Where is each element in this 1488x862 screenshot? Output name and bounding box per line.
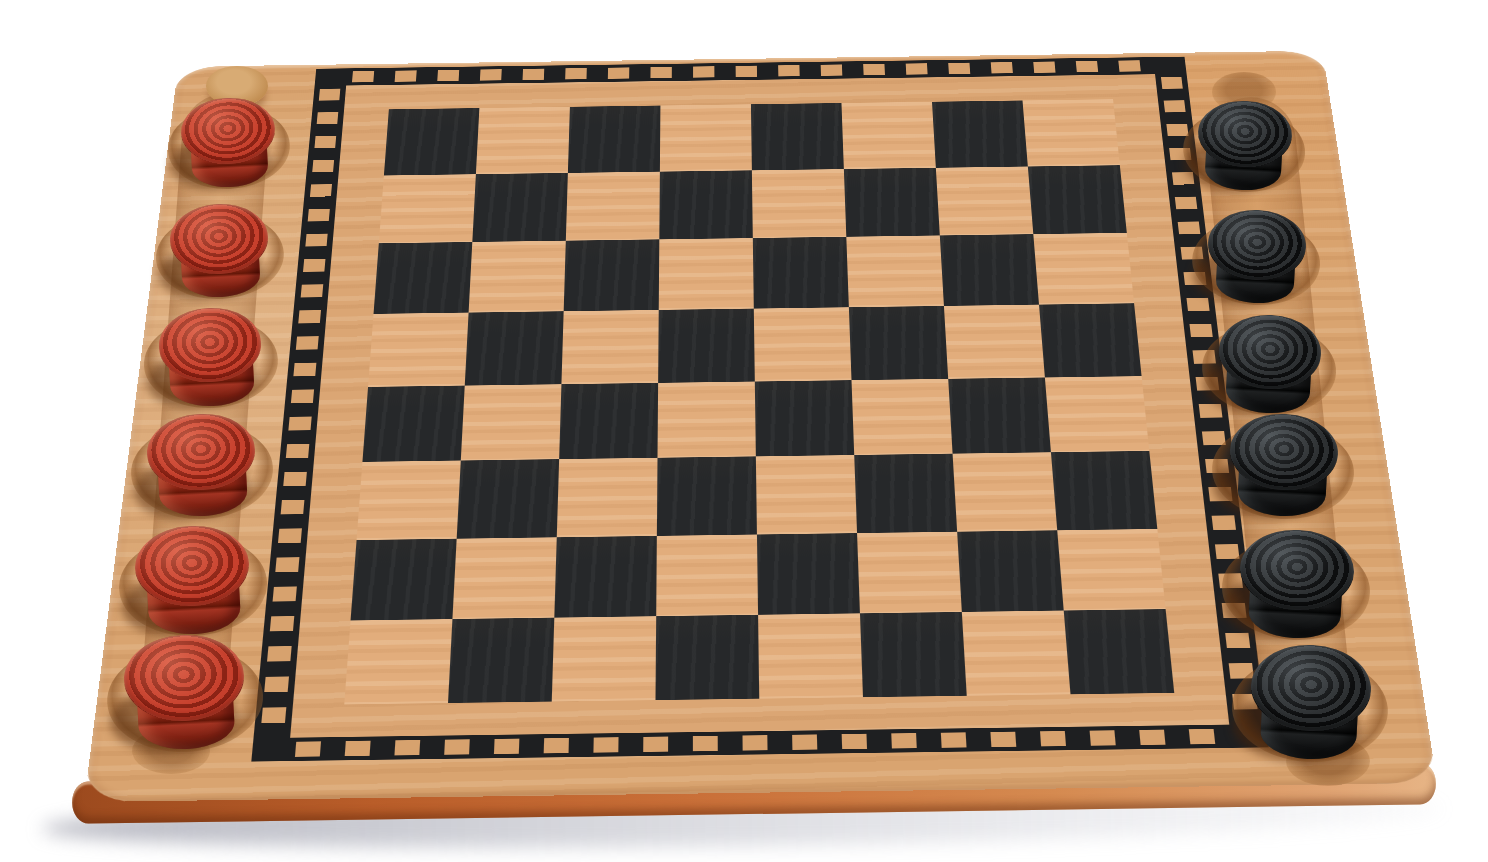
- square-r6c6[interactable]: [854, 454, 957, 533]
- square-r8c3[interactable]: [552, 616, 656, 701]
- square-r8c5[interactable]: [758, 614, 863, 699]
- square-r2c4[interactable]: [659, 170, 753, 239]
- square-r1c5[interactable]: [751, 103, 844, 170]
- square-r2c3[interactable]: [566, 171, 660, 240]
- square-r2c6[interactable]: [844, 168, 940, 237]
- square-r8c2[interactable]: [448, 618, 554, 703]
- square-r5c4[interactable]: [658, 381, 756, 458]
- square-r7c7[interactable]: [957, 530, 1064, 612]
- square-r5c1[interactable]: [362, 385, 464, 462]
- square-r7c1[interactable]: [351, 539, 457, 621]
- square-r3c7[interactable]: [940, 234, 1039, 306]
- square-r5c7[interactable]: [948, 377, 1051, 454]
- square-r3c6[interactable]: [846, 236, 944, 308]
- square-r6c4[interactable]: [657, 456, 757, 535]
- square-r3c8[interactable]: [1033, 233, 1134, 305]
- square-r2c5[interactable]: [752, 169, 846, 238]
- square-r2c7[interactable]: [936, 166, 1033, 235]
- photo-background: [0, 0, 1488, 862]
- square-r7c2[interactable]: [452, 537, 556, 619]
- square-r3c5[interactable]: [753, 237, 849, 309]
- square-r8c8[interactable]: [1064, 609, 1174, 694]
- square-r8c4[interactable]: [655, 615, 759, 700]
- square-r7c8[interactable]: [1057, 529, 1165, 611]
- square-r3c2[interactable]: [469, 241, 566, 313]
- square-r6c8[interactable]: [1051, 451, 1157, 530]
- square-r4c6[interactable]: [849, 306, 948, 380]
- border-inner-margin: [290, 74, 1229, 738]
- board-grid: [344, 99, 1174, 704]
- square-r4c2[interactable]: [465, 311, 564, 385]
- square-r1c1[interactable]: [384, 108, 479, 175]
- square-r1c6[interactable]: [841, 102, 935, 169]
- square-r7c4[interactable]: [656, 534, 758, 616]
- square-r6c5[interactable]: [756, 455, 857, 534]
- square-r3c4[interactable]: [659, 238, 754, 310]
- square-r5c2[interactable]: [461, 384, 562, 461]
- square-r5c6[interactable]: [851, 379, 952, 456]
- square-r3c3[interactable]: [564, 240, 660, 312]
- square-r1c8[interactable]: [1023, 99, 1120, 166]
- square-r5c3[interactable]: [559, 383, 658, 460]
- square-r7c6[interactable]: [857, 532, 962, 614]
- square-r2c1[interactable]: [379, 174, 476, 243]
- square-r8c6[interactable]: [860, 612, 967, 697]
- square-r1c2[interactable]: [476, 107, 570, 174]
- square-r3c1[interactable]: [374, 242, 473, 314]
- square-r5c8[interactable]: [1045, 376, 1149, 453]
- square-r4c5[interactable]: [754, 307, 852, 381]
- square-r5c5[interactable]: [755, 380, 854, 457]
- square-r2c2[interactable]: [472, 173, 568, 242]
- square-r6c3[interactable]: [557, 458, 658, 537]
- square-r7c5[interactable]: [757, 533, 860, 615]
- square-r4c3[interactable]: [561, 310, 658, 384]
- square-r6c2[interactable]: [457, 459, 559, 538]
- square-r8c1[interactable]: [344, 619, 452, 704]
- playing-area: [251, 57, 1268, 762]
- square-r1c7[interactable]: [932, 100, 1028, 167]
- square-r4c4[interactable]: [658, 309, 755, 383]
- square-r6c1[interactable]: [357, 461, 461, 540]
- square-r4c7[interactable]: [944, 305, 1045, 379]
- square-r1c4[interactable]: [660, 104, 752, 171]
- square-r4c1[interactable]: [368, 313, 469, 387]
- square-r1c3[interactable]: [568, 106, 661, 173]
- square-r6c7[interactable]: [953, 452, 1058, 531]
- square-r2c8[interactable]: [1028, 165, 1127, 234]
- square-r4c8[interactable]: [1039, 303, 1142, 377]
- square-r8c7[interactable]: [962, 611, 1071, 696]
- square-r7c3[interactable]: [554, 536, 657, 618]
